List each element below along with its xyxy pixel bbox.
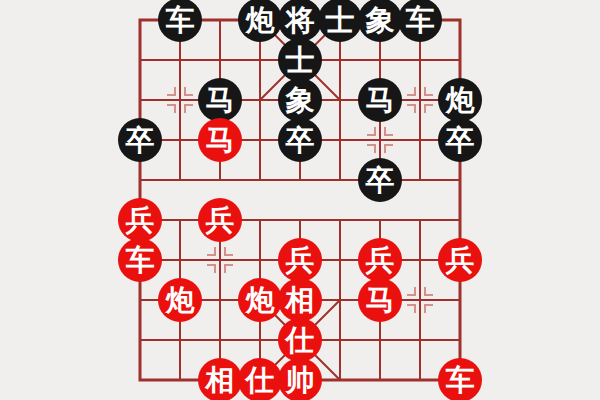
- piece-black-cannon[interactable]: 炮: [238, 0, 282, 42]
- piece-red-soldier[interactable]: 兵: [438, 238, 482, 282]
- piece-red-advisor[interactable]: 仕: [278, 318, 322, 362]
- piece-black-general[interactable]: 将: [278, 0, 322, 42]
- piece-red-cannon[interactable]: 炮: [238, 278, 282, 322]
- piece-grid: 车炮将士象车士马象马炮卒卒卒卒马兵兵车兵兵兵炮炮相马仕相仕帅车: [120, 0, 480, 400]
- piece-red-horse[interactable]: 马: [358, 278, 402, 322]
- piece-red-cannon[interactable]: 炮: [158, 278, 202, 322]
- piece-red-horse[interactable]: 马: [198, 118, 242, 162]
- piece-red-general[interactable]: 帅: [278, 358, 322, 400]
- xiangqi-app: 车炮将士象车士马象马炮卒卒卒卒马兵兵车兵兵兵炮炮相马仕相仕帅车: [0, 0, 600, 400]
- piece-black-soldier[interactable]: 卒: [278, 118, 322, 162]
- piece-black-horse[interactable]: 马: [198, 78, 242, 122]
- piece-red-soldier[interactable]: 兵: [278, 238, 322, 282]
- piece-black-cannon[interactable]: 炮: [438, 78, 482, 122]
- piece-black-soldier[interactable]: 卒: [358, 158, 402, 202]
- piece-red-soldier[interactable]: 兵: [198, 198, 242, 242]
- piece-black-advisor[interactable]: 士: [278, 38, 322, 82]
- piece-black-horse[interactable]: 马: [358, 78, 402, 122]
- piece-red-elephant[interactable]: 相: [278, 278, 322, 322]
- piece-black-elephant[interactable]: 象: [278, 78, 322, 122]
- piece-black-soldier[interactable]: 卒: [118, 118, 162, 162]
- piece-red-chariot[interactable]: 车: [118, 238, 162, 282]
- piece-black-soldier[interactable]: 卒: [438, 118, 482, 162]
- piece-red-elephant[interactable]: 相: [198, 358, 242, 400]
- piece-black-chariot[interactable]: 车: [158, 0, 202, 42]
- piece-red-chariot[interactable]: 车: [438, 358, 482, 400]
- piece-black-elephant[interactable]: 象: [358, 0, 402, 42]
- piece-black-advisor[interactable]: 士: [318, 0, 362, 42]
- piece-red-advisor[interactable]: 仕: [238, 358, 282, 400]
- piece-red-soldier[interactable]: 兵: [358, 238, 402, 282]
- piece-red-soldier[interactable]: 兵: [118, 198, 162, 242]
- piece-black-chariot[interactable]: 车: [398, 0, 442, 42]
